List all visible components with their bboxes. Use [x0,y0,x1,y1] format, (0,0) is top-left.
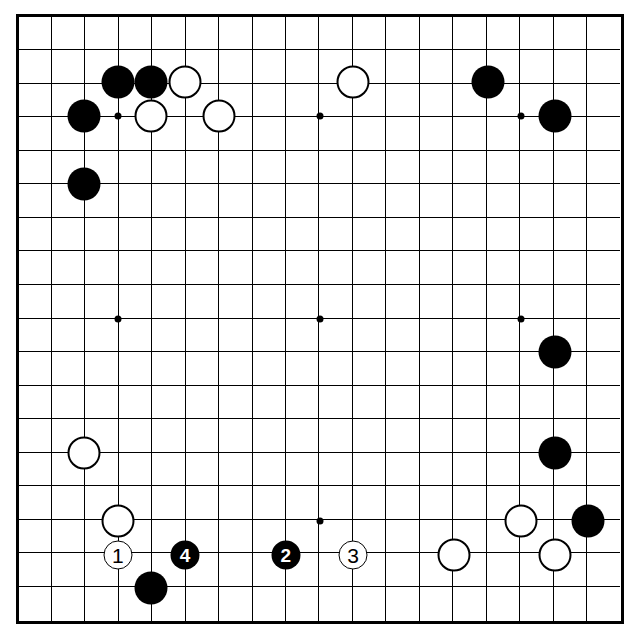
grid-cell[interactable] [554,285,587,319]
grid-cell[interactable] [186,520,219,554]
grid-cell[interactable] [520,352,553,386]
grid-cell[interactable] [119,218,152,252]
grid-cell[interactable] [386,587,419,621]
grid-cell[interactable] [319,587,352,621]
grid-cell[interactable] [52,117,85,151]
grid-cell[interactable] [554,553,587,587]
grid-cell[interactable] [353,319,386,353]
grid-cell[interactable] [520,117,553,151]
grid-cell[interactable] [52,84,85,118]
grid-cell[interactable] [453,352,486,386]
grid-cell[interactable] [286,587,319,621]
grid-cell[interactable] [85,285,118,319]
grid-cell[interactable] [386,319,419,353]
grid-cell[interactable] [186,486,219,520]
grid-cell[interactable] [253,184,286,218]
grid-cell[interactable] [85,386,118,420]
grid-cell[interactable] [453,285,486,319]
grid-cell[interactable] [487,50,520,84]
grid-cell[interactable] [319,486,352,520]
grid-cell[interactable] [119,553,152,587]
grid-cell[interactable] [554,50,587,84]
grid-cell[interactable] [587,453,620,487]
grid-cell[interactable] [219,84,252,118]
grid-cell[interactable] [253,50,286,84]
grid-cell[interactable] [487,386,520,420]
grid-cell[interactable] [52,486,85,520]
grid-cell[interactable] [253,453,286,487]
grid-cell[interactable] [219,50,252,84]
grid-cell[interactable] [386,218,419,252]
grid-cell[interactable] [186,184,219,218]
grid-cell[interactable] [554,184,587,218]
grid-cell[interactable] [420,520,453,554]
grid-cell[interactable] [186,319,219,353]
grid-cell[interactable] [253,17,286,51]
grid-cell[interactable] [353,117,386,151]
grid-cell[interactable] [219,251,252,285]
grid-cell[interactable] [319,386,352,420]
grid-cell[interactable] [19,17,52,51]
grid-cell[interactable] [487,218,520,252]
grid-cell[interactable] [52,17,85,51]
grid-cell[interactable] [587,17,620,51]
grid-cell[interactable] [520,486,553,520]
grid-cell[interactable] [353,151,386,185]
grid-cell[interactable] [386,486,419,520]
grid-cell[interactable] [152,587,185,621]
grid-cell[interactable] [253,520,286,554]
grid-cell[interactable] [554,218,587,252]
grid-cell[interactable] [420,352,453,386]
grid-cell[interactable] [219,587,252,621]
grid-cell[interactable] [487,251,520,285]
grid-cell[interactable] [52,285,85,319]
grid-cell[interactable] [52,352,85,386]
grid-cell[interactable] [386,117,419,151]
grid-cell[interactable] [487,520,520,554]
grid-cell[interactable] [587,218,620,252]
grid-cell[interactable] [119,352,152,386]
grid-cell[interactable] [19,151,52,185]
grid-cell[interactable] [319,352,352,386]
grid-cell[interactable] [52,587,85,621]
grid-cell[interactable] [520,151,553,185]
grid-cell[interactable] [119,453,152,487]
grid-cell[interactable] [420,218,453,252]
grid-cell[interactable] [487,486,520,520]
grid-cell[interactable] [19,453,52,487]
grid-cell[interactable] [152,151,185,185]
grid-cell[interactable] [152,352,185,386]
grid-cell[interactable] [286,50,319,84]
grid-cell[interactable] [319,251,352,285]
grid-cell[interactable] [119,117,152,151]
grid-cell[interactable] [219,352,252,386]
grid-cell[interactable] [119,84,152,118]
grid-cell[interactable] [152,553,185,587]
grid-cell[interactable] [152,386,185,420]
grid-cell[interactable] [52,553,85,587]
grid-cell[interactable] [19,486,52,520]
grid-cell[interactable] [152,50,185,84]
grid-cell[interactable] [487,17,520,51]
grid-cell[interactable] [319,319,352,353]
grid-cell[interactable] [319,553,352,587]
grid-cell[interactable] [520,285,553,319]
grid-cell[interactable] [453,17,486,51]
grid-cell[interactable] [152,84,185,118]
grid-cell[interactable] [386,151,419,185]
grid-cell[interactable] [520,84,553,118]
grid-cell[interactable] [420,553,453,587]
grid-cell[interactable] [219,553,252,587]
grid-cell[interactable] [319,151,352,185]
grid-cell[interactable] [520,251,553,285]
grid-cell[interactable] [554,117,587,151]
grid-cell[interactable] [520,386,553,420]
grid-cell[interactable] [453,50,486,84]
grid-cell[interactable] [19,520,52,554]
grid-cell[interactable] [152,184,185,218]
grid-cell[interactable] [554,151,587,185]
grid-cell[interactable] [52,151,85,185]
grid-cell[interactable] [152,251,185,285]
grid-cell[interactable] [386,84,419,118]
grid-cell[interactable] [353,50,386,84]
grid-cell[interactable] [319,17,352,51]
grid-cell[interactable] [587,553,620,587]
grid-cell[interactable] [186,587,219,621]
grid-cell[interactable] [19,419,52,453]
grid-cell[interactable] [19,553,52,587]
grid-cell[interactable] [353,17,386,51]
grid-cell[interactable] [52,386,85,420]
grid-cell[interactable] [487,553,520,587]
grid-cell[interactable] [119,319,152,353]
grid-cell[interactable] [453,553,486,587]
grid-cell[interactable] [52,251,85,285]
grid-cell[interactable] [386,17,419,51]
grid-cell[interactable] [286,218,319,252]
grid-cell[interactable] [85,184,118,218]
grid-cell[interactable] [253,251,286,285]
grid-cell[interactable] [554,386,587,420]
grid-cell[interactable] [520,218,553,252]
grid-cell[interactable] [487,117,520,151]
grid-cell[interactable] [253,117,286,151]
grid-cell[interactable] [19,319,52,353]
grid-cell[interactable] [286,520,319,554]
grid-cell[interactable] [119,151,152,185]
grid-cell[interactable] [587,352,620,386]
grid-cell[interactable] [453,453,486,487]
grid-cell[interactable] [386,453,419,487]
grid-cell[interactable] [253,151,286,185]
grid-cell[interactable] [420,117,453,151]
grid-cell[interactable] [587,117,620,151]
grid-cell[interactable] [286,553,319,587]
grid-cell[interactable] [520,50,553,84]
grid-cell[interactable] [52,419,85,453]
grid-cell[interactable] [253,587,286,621]
grid-cell[interactable] [487,84,520,118]
grid-cell[interactable] [587,285,620,319]
grid-cell[interactable] [554,520,587,554]
grid-cell[interactable] [186,151,219,185]
grid-cell[interactable] [554,419,587,453]
grid-cell[interactable] [487,285,520,319]
grid-cell[interactable] [19,587,52,621]
grid-cell[interactable] [286,184,319,218]
grid-cell[interactable] [587,319,620,353]
grid-cell[interactable] [19,84,52,118]
grid-cell[interactable] [319,453,352,487]
grid-cell[interactable] [286,117,319,151]
grid-cell[interactable] [219,453,252,487]
grid-cell[interactable] [420,419,453,453]
grid-cell[interactable] [186,285,219,319]
grid-cell[interactable] [85,553,118,587]
grid-cell[interactable] [119,50,152,84]
grid-cell[interactable] [85,218,118,252]
grid-cell[interactable] [152,453,185,487]
grid-cell[interactable] [386,419,419,453]
grid-cell[interactable] [453,84,486,118]
grid-cell[interactable] [554,486,587,520]
grid-cell[interactable] [52,184,85,218]
grid-cell[interactable] [353,520,386,554]
grid-cell[interactable] [453,486,486,520]
grid-cell[interactable] [453,117,486,151]
grid-cell[interactable] [386,285,419,319]
grid-cell[interactable] [85,587,118,621]
grid-cell[interactable] [453,587,486,621]
grid-cell[interactable] [85,117,118,151]
grid-cell[interactable] [186,386,219,420]
grid-cell[interactable] [353,386,386,420]
grid-cell[interactable] [52,520,85,554]
grid-cell[interactable] [319,84,352,118]
grid-cell[interactable] [52,319,85,353]
grid-cell[interactable] [587,419,620,453]
grid-cell[interactable] [119,184,152,218]
grid-cell[interactable] [420,50,453,84]
grid-cell[interactable] [353,251,386,285]
grid-cell[interactable] [85,84,118,118]
grid-cell[interactable] [253,352,286,386]
grid-cell[interactable] [554,587,587,621]
grid-cell[interactable] [186,17,219,51]
grid-cell[interactable] [219,117,252,151]
grid-cell[interactable] [219,151,252,185]
grid-cell[interactable] [119,520,152,554]
grid-cell[interactable] [386,386,419,420]
grid-cell[interactable] [19,251,52,285]
grid-cell[interactable] [420,251,453,285]
grid-cell[interactable] [587,587,620,621]
grid-cell[interactable] [420,319,453,353]
grid-cell[interactable] [186,117,219,151]
grid-cell[interactable] [85,453,118,487]
grid-cell[interactable] [286,352,319,386]
grid-cell[interactable] [52,50,85,84]
grid-cell[interactable] [319,184,352,218]
grid-cell[interactable] [52,218,85,252]
grid-cell[interactable] [520,520,553,554]
grid-cell[interactable] [253,553,286,587]
grid-cell[interactable] [19,117,52,151]
grid-cell[interactable] [152,117,185,151]
grid-cell[interactable] [286,386,319,420]
grid-cell[interactable] [253,84,286,118]
grid-cell[interactable] [219,419,252,453]
grid-cell[interactable] [487,352,520,386]
grid-cell[interactable] [119,486,152,520]
grid-cell[interactable] [219,319,252,353]
grid-cell[interactable] [253,319,286,353]
grid-cell[interactable] [453,419,486,453]
grid-cell[interactable] [152,17,185,51]
grid-cell[interactable] [520,184,553,218]
grid-cell[interactable] [353,285,386,319]
grid-cell[interactable] [554,453,587,487]
grid-cell[interactable] [353,553,386,587]
grid-cell[interactable] [386,553,419,587]
grid-cell[interactable] [286,17,319,51]
grid-cell[interactable] [554,84,587,118]
grid-cell[interactable] [554,17,587,51]
grid-cell[interactable] [587,84,620,118]
grid-cell[interactable] [286,319,319,353]
grid-cell[interactable] [319,50,352,84]
grid-cell[interactable] [186,50,219,84]
grid-cell[interactable] [554,319,587,353]
grid-cell[interactable] [420,151,453,185]
grid-cell[interactable] [487,453,520,487]
grid-cell[interactable] [219,386,252,420]
grid-cell[interactable] [286,453,319,487]
grid-cell[interactable] [319,285,352,319]
grid-cell[interactable] [587,151,620,185]
grid-cell[interactable] [286,84,319,118]
grid-cell[interactable] [420,84,453,118]
grid-cell[interactable] [487,319,520,353]
grid-cell[interactable] [253,218,286,252]
grid-cell[interactable] [186,453,219,487]
grid-cell[interactable] [353,218,386,252]
grid-cell[interactable] [85,352,118,386]
grid-cell[interactable] [554,251,587,285]
grid-cell[interactable] [453,218,486,252]
grid-cell[interactable] [420,453,453,487]
grid-cell[interactable] [554,352,587,386]
grid-cell[interactable] [520,319,553,353]
grid-cell[interactable] [119,251,152,285]
grid-cell[interactable] [19,50,52,84]
grid-cell[interactable] [520,419,553,453]
grid-cell[interactable] [487,419,520,453]
grid-cell[interactable] [319,117,352,151]
grid-cell[interactable] [186,251,219,285]
grid-cell[interactable] [253,486,286,520]
grid-cell[interactable] [186,553,219,587]
grid-cell[interactable] [152,319,185,353]
grid-cell[interactable] [119,386,152,420]
grid-cell[interactable] [386,50,419,84]
grid-cell[interactable] [487,587,520,621]
grid-cell[interactable] [386,520,419,554]
grid-cell[interactable] [152,419,185,453]
grid-cell[interactable] [587,184,620,218]
grid-cell[interactable] [286,151,319,185]
grid-cell[interactable] [219,218,252,252]
grid-cell[interactable] [219,184,252,218]
grid-cell[interactable] [19,285,52,319]
grid-cell[interactable] [453,184,486,218]
grid-cell[interactable] [420,17,453,51]
grid-cell[interactable] [219,285,252,319]
grid-cell[interactable] [319,419,352,453]
grid-cell[interactable] [85,151,118,185]
grid-cell[interactable] [152,520,185,554]
grid-cell[interactable] [353,453,386,487]
grid-cell[interactable] [119,285,152,319]
grid-cell[interactable] [520,453,553,487]
grid-cell[interactable] [119,587,152,621]
grid-cell[interactable] [85,50,118,84]
grid-cell[interactable] [420,386,453,420]
grid-cell[interactable] [453,251,486,285]
grid-cell[interactable] [219,520,252,554]
grid-cell[interactable] [453,319,486,353]
grid-cell[interactable] [587,50,620,84]
grid-cell[interactable] [286,285,319,319]
grid-cell[interactable] [420,486,453,520]
grid-cell[interactable] [587,520,620,554]
grid-cell[interactable] [453,151,486,185]
grid-cell[interactable] [353,419,386,453]
grid-cell[interactable] [119,419,152,453]
grid-cell[interactable] [85,319,118,353]
grid-cell[interactable] [253,285,286,319]
grid-cell[interactable] [319,218,352,252]
grid-cell[interactable] [453,386,486,420]
grid-cell[interactable] [420,285,453,319]
grid-cell[interactable] [286,419,319,453]
grid-cell[interactable] [85,251,118,285]
grid-cell[interactable] [353,486,386,520]
grid-cell[interactable] [85,486,118,520]
grid-cell[interactable] [587,251,620,285]
grid-cell[interactable] [587,486,620,520]
grid-cell[interactable] [186,218,219,252]
grid-cell[interactable] [453,520,486,554]
grid-cell[interactable] [353,184,386,218]
grid-cell[interactable] [186,419,219,453]
grid-cell[interactable] [219,17,252,51]
grid-cell[interactable] [319,520,352,554]
grid-cell[interactable] [386,184,419,218]
grid-cell[interactable] [286,251,319,285]
grid-cell[interactable] [119,17,152,51]
grid-cell[interactable] [152,285,185,319]
grid-cell[interactable] [85,520,118,554]
grid-cell[interactable] [85,17,118,51]
grid-cell[interactable] [19,386,52,420]
grid-cell[interactable] [520,553,553,587]
grid-cell[interactable] [19,218,52,252]
